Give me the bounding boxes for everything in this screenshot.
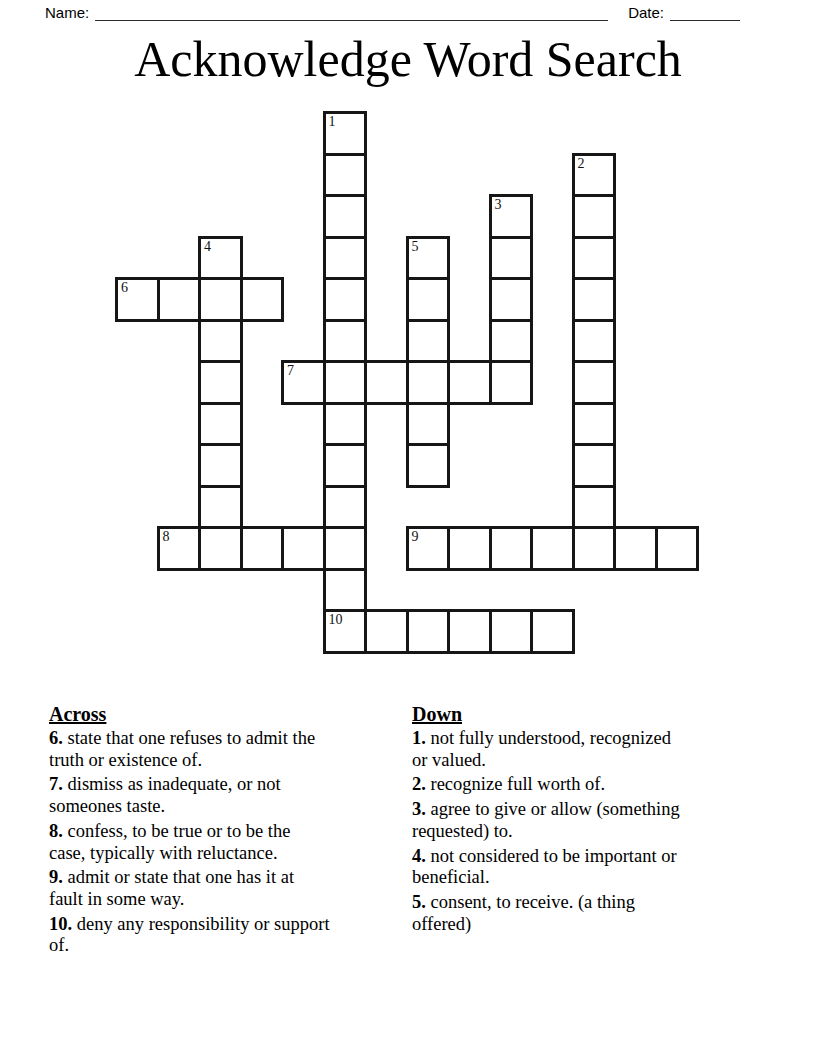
clue-number: 2 [578, 157, 585, 171]
grid-cell[interactable] [572, 194, 617, 239]
grid-cell[interactable] [406, 360, 451, 405]
name-line[interactable] [95, 3, 608, 21]
grid-cell[interactable]: 3 [489, 194, 534, 239]
grid-cell[interactable] [406, 609, 451, 654]
grid-cell[interactable] [655, 526, 700, 571]
clue-number: 9 [412, 530, 419, 544]
grid-cell[interactable] [323, 443, 368, 488]
grid-cell[interactable] [323, 360, 368, 405]
grid-cell[interactable] [157, 277, 202, 322]
worksheet-title: Acknowledge Word Search [0, 33, 816, 86]
clue: 7. dismiss as inadequate, or not someone… [49, 774, 402, 817]
grid-cell[interactable] [406, 443, 451, 488]
clue: 3. agree to give or allow (something req… [412, 799, 765, 842]
grid-cell[interactable] [240, 277, 285, 322]
grid-cell[interactable] [406, 402, 451, 447]
grid-cell[interactable] [489, 319, 534, 364]
grid-cell[interactable] [406, 277, 451, 322]
grid-cell[interactable] [198, 443, 243, 488]
grid-cell[interactable] [572, 443, 617, 488]
clue-number: 6 [121, 281, 128, 295]
grid-cell[interactable] [198, 360, 243, 405]
across-clues: Across 6. state that one refuses to admi… [49, 704, 402, 960]
grid-cell[interactable] [240, 526, 285, 571]
grid-cell[interactable]: 7 [281, 360, 326, 405]
clue-number-label: 2. [412, 774, 426, 794]
grid-cell[interactable] [323, 153, 368, 198]
grid-cell[interactable] [198, 485, 243, 530]
grid-cell[interactable]: 6 [115, 277, 160, 322]
grid-cell[interactable] [572, 319, 617, 364]
clue-number: 4 [204, 240, 211, 254]
grid-cell[interactable] [198, 319, 243, 364]
date-line[interactable] [670, 3, 740, 21]
grid-cell[interactable] [447, 609, 492, 654]
grid-cell[interactable] [364, 360, 409, 405]
crossword-grid: 12345678910 [115, 111, 699, 654]
grid-cell[interactable] [489, 526, 534, 571]
clue-number-label: 7. [49, 774, 63, 794]
clue: 9. admit or state that one has it at fau… [49, 867, 402, 910]
grid-cell[interactable]: 4 [198, 236, 243, 281]
down-heading: Down [412, 704, 765, 724]
clues-section: Across 6. state that one refuses to admi… [49, 704, 765, 960]
clue-number: 8 [163, 530, 170, 544]
grid-cell[interactable] [323, 319, 368, 364]
grid-cell[interactable] [281, 526, 326, 571]
clue-number-label: 1. [412, 728, 426, 748]
clue-number-label: 3. [412, 799, 426, 819]
grid-cell[interactable] [572, 277, 617, 322]
across-clue-list: 6. state that one refuses to admit the t… [49, 728, 402, 957]
date-label: Date: [628, 4, 664, 21]
grid-cell[interactable] [447, 360, 492, 405]
grid-cell[interactable]: 9 [406, 526, 451, 571]
clue-number: 7 [287, 364, 294, 378]
grid-cell[interactable] [572, 526, 617, 571]
grid-cell[interactable] [198, 402, 243, 447]
clue: 6. state that one refuses to admit the t… [49, 728, 402, 771]
grid-cell[interactable] [406, 319, 451, 364]
down-clue-list: 1. not fully understood, recognized or v… [412, 728, 765, 935]
clue-number-label: 8. [49, 821, 63, 841]
grid-cell[interactable]: 1 [323, 111, 368, 156]
clue-number: 1 [329, 115, 336, 129]
grid-cell[interactable] [530, 609, 575, 654]
clue: 10. deny any responsibility or support o… [49, 914, 402, 957]
clue-number-label: 6. [49, 728, 63, 748]
clue-number: 3 [495, 198, 502, 212]
grid-cell[interactable] [572, 485, 617, 530]
grid-cell[interactable] [198, 526, 243, 571]
clue-number: 10 [329, 613, 343, 627]
grid-cell[interactable]: 2 [572, 153, 617, 198]
grid-cell[interactable] [489, 360, 534, 405]
clue-number-label: 4. [412, 846, 426, 866]
grid-cell[interactable] [323, 568, 368, 613]
clue: 2. recognize full worth of. [412, 774, 765, 796]
grid-cell[interactable]: 10 [323, 609, 368, 654]
name-label: Name: [45, 4, 89, 21]
clue-number-label: 10. [49, 914, 72, 934]
grid-cell[interactable] [613, 526, 658, 571]
grid-cell[interactable] [323, 402, 368, 447]
across-heading: Across [49, 704, 402, 724]
grid-cell[interactable] [489, 277, 534, 322]
grid-cell[interactable] [572, 360, 617, 405]
clue-number-label: 9. [49, 867, 63, 887]
grid-cell[interactable] [530, 526, 575, 571]
grid-cell[interactable] [323, 277, 368, 322]
grid-cell[interactable] [572, 236, 617, 281]
grid-cell[interactable] [447, 526, 492, 571]
clue-number: 5 [412, 240, 419, 254]
grid-cell[interactable] [364, 609, 409, 654]
grid-cell[interactable]: 8 [157, 526, 202, 571]
grid-cell[interactable] [198, 277, 243, 322]
grid-cell[interactable] [572, 402, 617, 447]
clue: 1. not fully understood, recognized or v… [412, 728, 765, 771]
clue-number-label: 5. [412, 892, 426, 912]
down-clues: Down 1. not fully understood, recognized… [412, 704, 765, 960]
clue: 5. consent, to receive. (a thing offered… [412, 892, 765, 935]
grid-cell[interactable] [323, 526, 368, 571]
grid-cell[interactable] [323, 485, 368, 530]
clue: 8. confess, to be true or to be the case… [49, 821, 402, 864]
clue: 4. not considered to be important or ben… [412, 846, 765, 889]
grid-cell[interactable] [323, 236, 368, 281]
grid-cell[interactable] [489, 609, 534, 654]
grid-cell[interactable]: 5 [406, 236, 451, 281]
worksheet-header: Name: Date: [45, 3, 740, 21]
grid-cell[interactable] [323, 194, 368, 239]
grid-cell[interactable] [489, 236, 534, 281]
